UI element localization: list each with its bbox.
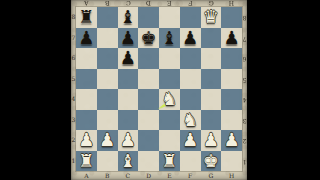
- square-g2[interactable]: ♟: [201, 130, 222, 151]
- square-b5[interactable]: [97, 69, 118, 90]
- square-e8[interactable]: [159, 7, 180, 28]
- piece-black-pawn-c7[interactable]: ♟: [120, 29, 136, 47]
- piece-black-bishop-e7[interactable]: ♝: [161, 29, 177, 47]
- square-g6[interactable]: [201, 48, 222, 69]
- piece-white-king-g1[interactable]: ♚: [203, 152, 219, 170]
- square-a1[interactable]: ♜: [76, 151, 97, 172]
- square-a6[interactable]: [76, 48, 97, 69]
- square-h5[interactable]: [221, 69, 242, 90]
- square-h1[interactable]: [221, 151, 242, 172]
- file-labels-bottom: ABCDEFGH: [76, 171, 242, 180]
- square-b6[interactable]: [97, 48, 118, 69]
- board-grid: ♜♝♛♟♟♚♝♟♟♟♞♞♟♟♟♟♟♟♜♝♜♚: [76, 7, 242, 171]
- piece-white-rook-e1[interactable]: ♜: [161, 152, 177, 170]
- rank-label: 7: [242, 28, 247, 49]
- piece-white-pawn-h2[interactable]: ♟: [224, 131, 240, 149]
- piece-white-knight-f3[interactable]: ♞: [182, 111, 198, 129]
- square-f5[interactable]: [180, 69, 201, 90]
- square-h7[interactable]: ♟: [221, 28, 242, 49]
- square-c1[interactable]: ♝: [118, 151, 139, 172]
- square-h3[interactable]: [221, 110, 242, 131]
- square-f2[interactable]: ♟: [180, 130, 201, 151]
- square-b7[interactable]: [97, 28, 118, 49]
- square-d4[interactable]: [138, 89, 159, 110]
- piece-black-rook-a8[interactable]: ♜: [78, 8, 94, 26]
- file-label: F: [180, 171, 201, 180]
- square-h8[interactable]: [221, 7, 242, 28]
- piece-white-knight-e4[interactable]: ♞: [161, 90, 177, 108]
- square-e6[interactable]: [159, 48, 180, 69]
- file-label: D: [138, 0, 159, 7]
- file-label: H: [221, 0, 242, 7]
- square-c7[interactable]: ♟: [118, 28, 139, 49]
- square-c8[interactable]: ♝: [118, 7, 139, 28]
- square-e7[interactable]: ♝: [159, 28, 180, 49]
- piece-white-pawn-c2[interactable]: ♟: [120, 131, 136, 149]
- square-d3[interactable]: [138, 110, 159, 131]
- square-c5[interactable]: [118, 69, 139, 90]
- file-label: E: [159, 0, 180, 7]
- file-label: D: [138, 171, 159, 180]
- piece-white-bishop-c1[interactable]: ♝: [120, 152, 136, 170]
- square-b8[interactable]: [97, 7, 118, 28]
- app-background: ABCDEFGH ABCDEFGH 87654321 87654321 ♜♝♛♟…: [0, 0, 320, 180]
- rank-label: 3: [242, 110, 247, 131]
- square-c4[interactable]: [118, 89, 139, 110]
- file-label: B: [97, 171, 118, 180]
- square-c3[interactable]: [118, 110, 139, 131]
- square-d7[interactable]: ♚: [138, 28, 159, 49]
- square-f1[interactable]: [180, 151, 201, 172]
- square-h2[interactable]: ♟: [221, 130, 242, 151]
- square-a8[interactable]: ♜: [76, 7, 97, 28]
- square-b4[interactable]: [97, 89, 118, 110]
- chess-board: ABCDEFGH ABCDEFGH 87654321 87654321 ♜♝♛♟…: [71, 0, 247, 180]
- square-d8[interactable]: [138, 7, 159, 28]
- square-e1[interactable]: ♜: [159, 151, 180, 172]
- file-label: B: [97, 0, 118, 7]
- piece-white-pawn-a2[interactable]: ♟: [78, 131, 94, 149]
- square-e5[interactable]: [159, 69, 180, 90]
- square-a7[interactable]: ♟: [76, 28, 97, 49]
- square-g8[interactable]: ♛: [201, 7, 222, 28]
- square-a3[interactable]: [76, 110, 97, 131]
- piece-black-king-d7[interactable]: ♚: [141, 29, 157, 47]
- square-h4[interactable]: [221, 89, 242, 110]
- piece-white-queen-g8[interactable]: ♛: [203, 8, 219, 26]
- piece-white-pawn-g2[interactable]: ♟: [203, 131, 219, 149]
- square-g1[interactable]: ♚: [201, 151, 222, 172]
- file-label: C: [118, 171, 139, 180]
- square-g3[interactable]: [201, 110, 222, 131]
- square-g7[interactable]: [201, 28, 222, 49]
- rank-label: 8: [242, 7, 247, 28]
- square-e2[interactable]: [159, 130, 180, 151]
- square-g5[interactable]: [201, 69, 222, 90]
- square-d2[interactable]: [138, 130, 159, 151]
- square-f8[interactable]: [180, 7, 201, 28]
- square-d6[interactable]: [138, 48, 159, 69]
- rank-label: 5: [242, 69, 247, 90]
- rank-label: 1: [242, 151, 247, 172]
- rank-label: 6: [242, 48, 247, 69]
- square-f7[interactable]: ♟: [180, 28, 201, 49]
- piece-black-bishop-c8[interactable]: ♝: [120, 8, 136, 26]
- square-b2[interactable]: ♟: [97, 130, 118, 151]
- file-label: G: [201, 171, 222, 180]
- square-a5[interactable]: [76, 69, 97, 90]
- square-d1[interactable]: [138, 151, 159, 172]
- piece-black-pawn-a7[interactable]: ♟: [78, 29, 94, 47]
- square-f4[interactable]: [180, 89, 201, 110]
- square-f6[interactable]: [180, 48, 201, 69]
- square-a4[interactable]: [76, 89, 97, 110]
- rank-label: 4: [242, 89, 247, 110]
- square-g4[interactable]: [201, 89, 222, 110]
- file-label: A: [76, 171, 97, 180]
- file-label: F: [180, 0, 201, 7]
- piece-black-pawn-h7[interactable]: ♟: [224, 29, 240, 47]
- piece-white-pawn-f2[interactable]: ♟: [182, 131, 198, 149]
- square-h6[interactable]: [221, 48, 242, 69]
- square-c6[interactable]: ♟: [118, 48, 139, 69]
- file-label: H: [221, 171, 242, 180]
- piece-black-pawn-c6[interactable]: ♟: [120, 49, 136, 67]
- rank-label: 2: [242, 130, 247, 151]
- square-e3[interactable]: [159, 110, 180, 131]
- square-e4[interactable]: ♞: [159, 89, 180, 110]
- square-d5[interactable]: [138, 69, 159, 90]
- square-b1[interactable]: [97, 151, 118, 172]
- square-c2[interactable]: ♟: [118, 130, 139, 151]
- piece-white-rook-a1[interactable]: ♜: [78, 152, 94, 170]
- file-label: E: [159, 171, 180, 180]
- square-f3[interactable]: ♞: [180, 110, 201, 131]
- piece-white-pawn-b2[interactable]: ♟: [99, 131, 115, 149]
- square-a2[interactable]: ♟: [76, 130, 97, 151]
- piece-black-pawn-f7[interactable]: ♟: [182, 29, 198, 47]
- square-b3[interactable]: [97, 110, 118, 131]
- rank-labels-right: 87654321: [242, 7, 247, 171]
